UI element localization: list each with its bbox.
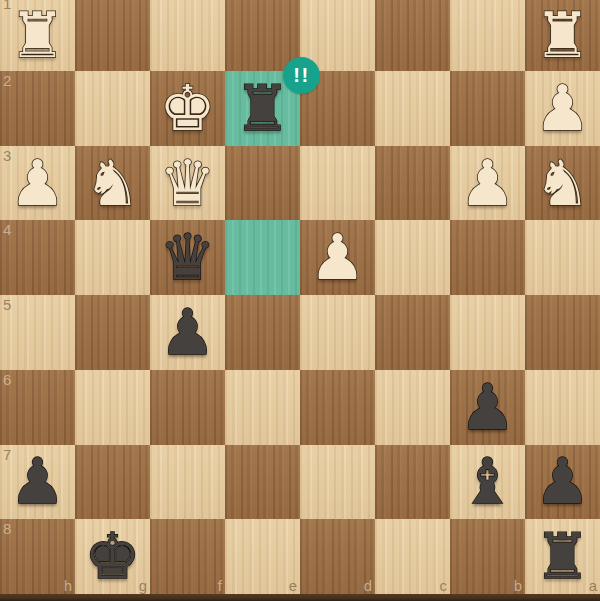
square-g7[interactable]: [75, 445, 150, 520]
piece-white-rook[interactable]: ♜: [0, 0, 75, 71]
square-g3[interactable]: ♞: [75, 146, 150, 221]
square-c2[interactable]: [375, 71, 450, 146]
square-d8[interactable]: d: [300, 519, 375, 594]
board-bottom-edge: [0, 594, 600, 601]
square-b2[interactable]: [450, 71, 525, 146]
square-c7[interactable]: [375, 445, 450, 520]
square-d6[interactable]: [300, 370, 375, 445]
square-f1[interactable]: [150, 0, 225, 71]
piece-black-queen[interactable]: ♛: [150, 220, 225, 295]
rank-label-5: 5: [3, 297, 11, 312]
square-f6[interactable]: [150, 370, 225, 445]
piece-white-pawn[interactable]: ♟: [300, 220, 375, 295]
square-c1[interactable]: [375, 0, 450, 71]
square-c3[interactable]: [375, 146, 450, 221]
file-label-b: b: [514, 578, 522, 593]
square-a1[interactable]: ♜: [525, 0, 600, 71]
piece-white-knight[interactable]: ♞: [75, 146, 150, 221]
piece-black-rook[interactable]: ♜: [525, 519, 600, 594]
square-e7[interactable]: [225, 445, 300, 520]
square-d3[interactable]: [300, 146, 375, 221]
square-g1[interactable]: [75, 0, 150, 71]
square-f4[interactable]: ♛: [150, 220, 225, 295]
piece-white-queen[interactable]: ♛: [150, 146, 225, 221]
rank-label-4: 4: [3, 222, 11, 237]
square-d4[interactable]: ♟: [300, 220, 375, 295]
square-b3[interactable]: ♟: [450, 146, 525, 221]
piece-white-knight[interactable]: ♞: [525, 146, 600, 221]
brilliant-move-symbol: !!: [293, 64, 309, 87]
rank-label-6: 6: [3, 372, 11, 387]
square-f7[interactable]: [150, 445, 225, 520]
square-a6[interactable]: [525, 370, 600, 445]
piece-white-king[interactable]: ♚: [150, 71, 225, 146]
piece-black-pawn[interactable]: ♟: [525, 445, 600, 520]
square-h5[interactable]: 5: [0, 295, 75, 370]
file-label-e: e: [289, 578, 297, 593]
square-h2[interactable]: 2: [0, 71, 75, 146]
square-g8[interactable]: g♚: [75, 519, 150, 594]
file-label-h: h: [64, 578, 72, 593]
square-c8[interactable]: c: [375, 519, 450, 594]
square-h8[interactable]: 8h: [0, 519, 75, 594]
square-b7[interactable]: ♝: [450, 445, 525, 520]
piece-black-pawn[interactable]: ♟: [450, 370, 525, 445]
piece-white-pawn[interactable]: ♟: [0, 146, 75, 221]
square-a8[interactable]: a♜: [525, 519, 600, 594]
square-a4[interactable]: [525, 220, 600, 295]
square-h1[interactable]: 1♜: [0, 0, 75, 71]
piece-white-pawn[interactable]: ♟: [450, 146, 525, 221]
square-f8[interactable]: f: [150, 519, 225, 594]
rank-label-8: 8: [3, 521, 11, 536]
square-c6[interactable]: [375, 370, 450, 445]
piece-black-bishop[interactable]: ♝: [450, 445, 525, 520]
file-label-f: f: [218, 578, 222, 593]
square-a5[interactable]: [525, 295, 600, 370]
square-a2[interactable]: ♟: [525, 71, 600, 146]
file-label-c: c: [440, 578, 448, 593]
brilliant-move-badge: !!: [283, 57, 320, 94]
square-h4[interactable]: 4: [0, 220, 75, 295]
piece-white-rook[interactable]: ♜: [525, 0, 600, 71]
square-f2[interactable]: ♚: [150, 71, 225, 146]
square-e5[interactable]: [225, 295, 300, 370]
piece-black-king[interactable]: ♚: [75, 519, 150, 594]
square-d5[interactable]: [300, 295, 375, 370]
square-b6[interactable]: ♟: [450, 370, 525, 445]
rank-label-2: 2: [3, 73, 11, 88]
piece-black-pawn[interactable]: ♟: [0, 445, 75, 520]
square-e6[interactable]: [225, 370, 300, 445]
square-b4[interactable]: [450, 220, 525, 295]
square-e4[interactable]: [225, 220, 300, 295]
square-b5[interactable]: [450, 295, 525, 370]
square-b1[interactable]: [450, 0, 525, 71]
square-g6[interactable]: [75, 370, 150, 445]
file-label-d: d: [364, 578, 372, 593]
square-g5[interactable]: [75, 295, 150, 370]
square-f5[interactable]: ♟: [150, 295, 225, 370]
square-h3[interactable]: 3♟: [0, 146, 75, 221]
square-e3[interactable]: [225, 146, 300, 221]
square-a3[interactable]: ♞: [525, 146, 600, 221]
square-h6[interactable]: 6: [0, 370, 75, 445]
square-c4[interactable]: [375, 220, 450, 295]
square-f3[interactable]: ♛: [150, 146, 225, 221]
square-c5[interactable]: [375, 295, 450, 370]
chess-board: 1♜♜2♚♜♟3♟♞♛♟♞4♛♟5♟6♟7♟♝♟8hg♚fedcba♜ !!: [0, 0, 600, 601]
square-a7[interactable]: ♟: [525, 445, 600, 520]
square-b8[interactable]: b: [450, 519, 525, 594]
square-g2[interactable]: [75, 71, 150, 146]
piece-white-pawn[interactable]: ♟: [525, 71, 600, 146]
square-g4[interactable]: [75, 220, 150, 295]
square-d7[interactable]: [300, 445, 375, 520]
square-h7[interactable]: 7♟: [0, 445, 75, 520]
square-e8[interactable]: e: [225, 519, 300, 594]
piece-black-pawn[interactable]: ♟: [150, 295, 225, 370]
